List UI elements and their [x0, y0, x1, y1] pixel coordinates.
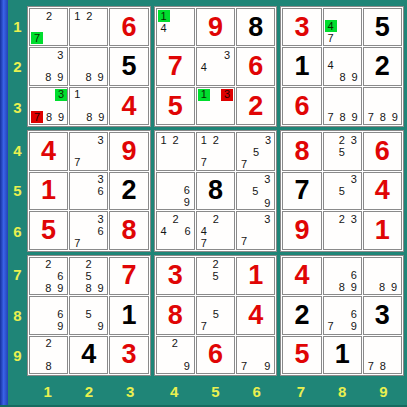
- candidate-grid: 47: [325, 10, 360, 44]
- solved-value: 4: [70, 337, 107, 373]
- solved-value: 7: [283, 173, 320, 209]
- candidate-grid: 679: [325, 298, 360, 332]
- solved-value: 6: [197, 337, 234, 373]
- cell-r7c8[interactable]: 689: [323, 257, 362, 295]
- candidate-8[interactable]: 8: [82, 283, 94, 295]
- candidate-9[interactable]: 9: [349, 72, 361, 84]
- candidate-6[interactable]: 6: [54, 309, 66, 321]
- row-label-2: 2: [8, 46, 27, 86]
- solved-value: 2: [283, 297, 320, 333]
- candidate-2[interactable]: 2: [83, 10, 95, 22]
- candidate-5[interactable]: 5: [82, 309, 94, 321]
- candidate-grid: 3789: [31, 89, 66, 123]
- solved-value: 5: [30, 212, 67, 248]
- candidate-grid: 69: [31, 298, 66, 332]
- candidate-8[interactable]: 8: [42, 72, 54, 84]
- cell-r8c2[interactable]: 59: [69, 296, 108, 334]
- candidate-grid: 35: [325, 174, 360, 208]
- cell-r1c3[interactable]: 6: [109, 8, 148, 46]
- cell-r4c6[interactable]: 357: [236, 132, 275, 170]
- row-label-6: 6: [8, 211, 27, 251]
- cell-r7c5[interactable]: 25: [196, 257, 235, 295]
- candidate-5[interactable]: 5: [209, 271, 221, 283]
- candidate-grid: 235: [325, 134, 360, 168]
- box-5: 1212735769835924624737: [154, 130, 278, 251]
- solved-value: 5: [157, 88, 194, 124]
- box-6: 8235673549231: [280, 130, 404, 251]
- cell-r9c1[interactable]: 28: [29, 336, 68, 374]
- cell-r3c2[interactable]: 189: [69, 87, 108, 125]
- candidate-7[interactable]: 7: [365, 111, 377, 123]
- cell-r1c2[interactable]: 12: [69, 8, 108, 46]
- col-labels: 123456789: [27, 379, 404, 403]
- solved-value: 4: [237, 297, 274, 333]
- sudoku-app-window: 123456789 271263898953789189414987346513…: [0, 0, 407, 407]
- candidate-2[interactable]: 2: [169, 338, 181, 350]
- col-label-6: 6: [236, 379, 277, 403]
- candidate-3-red-highlight[interactable]: 3: [221, 89, 233, 101]
- col-label-group-3: 789: [280, 379, 404, 403]
- solved-value: 2: [364, 48, 401, 84]
- solved-value: 8: [283, 133, 320, 169]
- solved-value: 3: [364, 297, 401, 333]
- cell-r7c1[interactable]: 2689: [29, 257, 68, 295]
- cell-r8c6[interactable]: 4: [236, 296, 275, 334]
- candidate-grid: 2689: [31, 259, 66, 293]
- candidate-grid: 489: [325, 49, 360, 83]
- candidate-7[interactable]: 7: [71, 237, 83, 249]
- solved-value: 7: [110, 258, 147, 294]
- solved-value: 3: [157, 258, 194, 294]
- cell-r2c7[interactable]: 1: [282, 47, 321, 85]
- solved-value: 6: [110, 9, 147, 45]
- candidate-9[interactable]: 9: [54, 321, 66, 333]
- cell-r4c2[interactable]: 37: [69, 132, 108, 170]
- candidate-grid: 246: [158, 213, 193, 247]
- candidate-7-green-highlight[interactable]: 7: [31, 32, 43, 44]
- candidate-grid: 79: [238, 338, 273, 372]
- solved-value: 4: [364, 173, 401, 209]
- cell-r5c1[interactable]: 1: [29, 172, 68, 210]
- candidate-3[interactable]: 3: [94, 174, 106, 186]
- cell-r7c3[interactable]: 7: [109, 257, 148, 295]
- candidate-3[interactable]: 3: [54, 49, 66, 61]
- candidate-3[interactable]: 3: [262, 134, 274, 146]
- candidate-7[interactable]: 7: [198, 157, 210, 169]
- cell-r3c1[interactable]: 3789: [29, 87, 68, 125]
- row-label-8: 8: [8, 295, 27, 335]
- solved-value: 2: [237, 88, 274, 124]
- candidate-grid: 2589: [71, 259, 106, 293]
- candidate-8[interactable]: 8: [82, 72, 94, 84]
- cell-r8c7[interactable]: 2: [282, 296, 321, 334]
- cell-r6c7[interactable]: 9: [282, 211, 321, 249]
- candidate-grid: 689: [325, 259, 360, 293]
- candidate-grid: 14: [158, 10, 193, 44]
- candidate-9[interactable]: 9: [54, 72, 66, 84]
- candidate-9[interactable]: 9: [94, 321, 106, 333]
- row-label-9: 9: [8, 336, 27, 376]
- candidate-8[interactable]: 8: [376, 281, 388, 293]
- candidate-5[interactable]: 5: [82, 271, 94, 283]
- candidate-2[interactable]: 2: [43, 10, 55, 22]
- row-label-4: 4: [8, 130, 27, 170]
- candidate-4-green-highlight[interactable]: 4: [325, 20, 337, 32]
- solved-value: 5: [110, 48, 147, 84]
- candidate-4[interactable]: 4: [198, 61, 210, 73]
- candidate-6[interactable]: 6: [181, 184, 193, 196]
- candidate-1[interactable]: 1: [158, 134, 170, 146]
- candidate-grid: 25: [198, 259, 233, 293]
- cell-r4c4[interactable]: 12: [156, 132, 195, 170]
- candidate-9[interactable]: 9: [348, 321, 360, 333]
- candidate-2[interactable]: 2: [336, 134, 348, 146]
- candidate-2[interactable]: 2: [43, 338, 55, 350]
- candidate-grid: 89: [71, 49, 106, 83]
- candidate-9[interactable]: 9: [261, 198, 273, 210]
- candidate-8[interactable]: 8: [377, 360, 389, 372]
- candidate-1-green-highlight[interactable]: 1: [198, 89, 210, 101]
- candidate-4[interactable]: 4: [158, 225, 170, 237]
- candidate-4[interactable]: 4: [158, 22, 170, 34]
- cell-r5c4[interactable]: 69: [156, 172, 195, 210]
- candidate-6[interactable]: 6: [54, 271, 66, 283]
- candidate-grid: 34: [198, 49, 233, 83]
- cell-r8c5[interactable]: 57: [196, 296, 235, 334]
- cell-r9c9[interactable]: 78: [363, 336, 402, 374]
- candidate-7[interactable]: 7: [238, 360, 250, 372]
- candidate-5[interactable]: 5: [336, 186, 348, 198]
- candidate-1[interactable]: 1: [198, 134, 210, 146]
- cell-r8c8[interactable]: 679: [323, 296, 362, 334]
- candidate-2[interactable]: 2: [209, 259, 221, 271]
- cell-r3c3[interactable]: 4: [109, 87, 148, 125]
- solved-value: 1: [364, 212, 401, 248]
- cell-r3c6[interactable]: 2: [236, 87, 275, 125]
- row-label-group-1: 123: [8, 6, 27, 127]
- cell-r4c8[interactable]: 235: [323, 132, 362, 170]
- cell-r2c6[interactable]: 6: [236, 47, 275, 85]
- candidate-9[interactable]: 9: [181, 196, 193, 208]
- candidate-7[interactable]: 7: [238, 236, 250, 248]
- candidate-2[interactable]: 2: [170, 134, 182, 146]
- solved-value: 8: [197, 173, 234, 209]
- cell-r6c6[interactable]: 37: [236, 211, 275, 249]
- cell-r8c3[interactable]: 1: [109, 296, 148, 334]
- candidate-grid: 78: [365, 338, 400, 372]
- candidate-9[interactable]: 9: [261, 360, 273, 372]
- candidate-grid: 247: [198, 213, 233, 247]
- col-label-8: 8: [322, 379, 363, 403]
- solved-value: 6: [237, 48, 274, 84]
- candidate-9[interactable]: 9: [348, 281, 360, 293]
- box-1: 2712638989537891894: [27, 6, 151, 127]
- solved-value: 4: [30, 133, 67, 169]
- solved-value: 9: [110, 133, 147, 169]
- candidate-grid: 57: [198, 298, 233, 332]
- cell-r2c9[interactable]: 2: [363, 47, 402, 85]
- candidate-grid: 28: [31, 338, 66, 372]
- cell-r3c7[interactable]: 6: [282, 87, 321, 125]
- candidate-3[interactable]: 3: [94, 213, 106, 225]
- candidate-8[interactable]: 8: [337, 111, 349, 123]
- cell-r1c7[interactable]: 3: [282, 8, 321, 46]
- sudoku-board: 2712638989537891894149873465132347514892…: [27, 6, 404, 376]
- cell-r5c3[interactable]: 2: [109, 172, 148, 210]
- candidate-6[interactable]: 6: [182, 225, 194, 237]
- solved-value: 4: [110, 88, 147, 124]
- col-label-4: 4: [154, 379, 195, 403]
- cell-r2c8[interactable]: 489: [323, 47, 362, 85]
- solved-value: 8: [157, 297, 194, 333]
- window-left-border: [0, 0, 8, 407]
- box-2: 149873465132: [154, 6, 278, 127]
- cell-r5c2[interactable]: 36: [69, 172, 108, 210]
- candidate-2[interactable]: 2: [336, 213, 348, 225]
- cell-r5c6[interactable]: 359: [236, 172, 275, 210]
- cell-r6c5[interactable]: 247: [196, 211, 235, 249]
- candidate-4[interactable]: 4: [325, 60, 337, 72]
- candidate-7[interactable]: 7: [198, 237, 210, 249]
- candidate-grid: 367: [71, 213, 106, 247]
- col-label-group-1: 123: [27, 379, 151, 403]
- candidate-grid: 29: [158, 338, 193, 372]
- row-label-3: 3: [8, 87, 27, 127]
- solved-value: 3: [110, 337, 147, 373]
- cell-r8c4[interactable]: 8: [156, 296, 195, 334]
- cell-r4c3[interactable]: 9: [109, 132, 148, 170]
- cell-r6c8[interactable]: 23: [323, 211, 362, 249]
- candidate-grid: 389: [31, 49, 66, 83]
- candidate-7-red-highlight[interactable]: 7: [31, 111, 43, 123]
- cell-r9c7[interactable]: 5: [282, 336, 321, 374]
- box-3: 3475148926789789: [280, 6, 404, 127]
- cell-r3c5[interactable]: 13: [196, 87, 235, 125]
- candidate-grid: 357: [238, 134, 273, 168]
- candidate-2[interactable]: 2: [210, 134, 222, 146]
- cell-r1c4[interactable]: 14: [156, 8, 195, 46]
- candidate-grid: 189: [71, 89, 106, 123]
- cell-r9c6[interactable]: 79: [236, 336, 275, 374]
- candidate-2[interactable]: 2: [82, 259, 94, 271]
- cell-r4c9[interactable]: 6: [363, 132, 402, 170]
- candidate-9[interactable]: 9: [54, 283, 66, 295]
- candidate-2[interactable]: 2: [42, 259, 54, 271]
- cell-r2c2[interactable]: 89: [69, 47, 108, 85]
- row-label-5: 5: [8, 171, 27, 211]
- candidate-grid: 59: [71, 298, 106, 332]
- candidate-5[interactable]: 5: [210, 309, 222, 321]
- cell-r7c2[interactable]: 2589: [69, 257, 108, 295]
- cell-r2c1[interactable]: 389: [29, 47, 68, 85]
- cell-r7c6[interactable]: 1: [236, 257, 275, 295]
- candidate-grid: 127: [198, 134, 233, 168]
- row-label-7: 7: [8, 255, 27, 295]
- cell-r1c8[interactable]: 47: [323, 8, 362, 46]
- candidate-6[interactable]: 6: [348, 269, 360, 281]
- solved-value: 1: [30, 173, 67, 209]
- cell-r6c3[interactable]: 8: [109, 211, 148, 249]
- candidate-9[interactable]: 9: [389, 111, 401, 123]
- candidate-3[interactable]: 3: [348, 174, 360, 186]
- candidate-1-green-highlight[interactable]: 1: [158, 10, 170, 22]
- candidate-grid: 36: [71, 174, 106, 208]
- candidate-7[interactable]: 7: [198, 321, 210, 333]
- solved-value: 1: [237, 258, 274, 294]
- solved-value: 1: [283, 48, 320, 84]
- cell-r8c1[interactable]: 69: [29, 296, 68, 334]
- candidate-2[interactable]: 2: [210, 213, 222, 225]
- cell-r6c9[interactable]: 1: [363, 211, 402, 249]
- candidate-grid: 13: [198, 89, 233, 123]
- solved-value: 1: [324, 337, 361, 373]
- candidate-8[interactable]: 8: [377, 111, 389, 123]
- solved-value: 9: [197, 9, 234, 45]
- candidate-8[interactable]: 8: [83, 111, 95, 123]
- solved-value: 1: [110, 297, 147, 333]
- candidate-6[interactable]: 6: [94, 225, 106, 237]
- candidate-9[interactable]: 9: [349, 111, 361, 123]
- candidate-grid: 37: [71, 134, 106, 168]
- cell-r8c9[interactable]: 3: [363, 296, 402, 334]
- cell-r7c7[interactable]: 4: [282, 257, 321, 295]
- cell-r6c1[interactable]: 5: [29, 211, 68, 249]
- col-label-3: 3: [109, 379, 150, 403]
- candidate-8[interactable]: 8: [336, 281, 348, 293]
- solved-value: 6: [283, 88, 320, 124]
- candidate-3[interactable]: 3: [94, 134, 106, 146]
- solved-value: 3: [283, 9, 320, 45]
- candidate-grid: 23: [325, 213, 360, 247]
- candidate-1[interactable]: 1: [71, 10, 83, 22]
- candidate-3[interactable]: 3: [348, 213, 360, 225]
- cell-r1c1[interactable]: 27: [29, 8, 68, 46]
- cell-r9c5[interactable]: 6: [196, 336, 235, 374]
- cell-r5c5[interactable]: 8: [196, 172, 235, 210]
- candidate-9[interactable]: 9: [388, 281, 400, 293]
- cell-r9c2[interactable]: 4: [69, 336, 108, 374]
- candidate-8[interactable]: 8: [43, 360, 55, 372]
- candidate-3[interactable]: 3: [261, 213, 273, 225]
- candidate-3-green-highlight[interactable]: 3: [55, 89, 67, 101]
- candidate-grid: 789: [325, 89, 360, 123]
- cell-r5c7[interactable]: 7: [282, 172, 321, 210]
- col-label-9: 9: [363, 379, 404, 403]
- row-label-group-3: 789: [8, 255, 27, 376]
- col-label-5: 5: [195, 379, 236, 403]
- cell-r2c4[interactable]: 7: [156, 47, 195, 85]
- candidate-grid: 89: [365, 259, 400, 293]
- cell-r3c8[interactable]: 789: [323, 87, 362, 125]
- cell-r9c3[interactable]: 3: [109, 336, 148, 374]
- candidate-9[interactable]: 9: [94, 283, 106, 295]
- solved-value: 8: [110, 212, 147, 248]
- candidate-grid: 37: [238, 213, 273, 247]
- box-7: 268925897695912843: [27, 255, 151, 376]
- candidate-4[interactable]: 4: [198, 225, 210, 237]
- solved-value: 9: [283, 212, 320, 248]
- candidate-6[interactable]: 6: [348, 309, 360, 321]
- cell-r1c6[interactable]: 8: [236, 8, 275, 46]
- candidate-5[interactable]: 5: [336, 146, 348, 158]
- col-label-2: 2: [68, 379, 109, 403]
- candidate-7[interactable]: 7: [325, 321, 337, 333]
- row-labels: 123456789: [8, 6, 27, 376]
- candidate-9[interactable]: 9: [95, 111, 107, 123]
- cell-r6c4[interactable]: 246: [156, 211, 195, 249]
- box-8: 3251857429679: [154, 255, 278, 376]
- cell-r4c1[interactable]: 4: [29, 132, 68, 170]
- candidate-grid: 12: [158, 134, 193, 168]
- cell-r4c5[interactable]: 127: [196, 132, 235, 170]
- cell-r1c5[interactable]: 9: [196, 8, 235, 46]
- candidate-2[interactable]: 2: [170, 213, 182, 225]
- cell-r7c9[interactable]: 89: [363, 257, 402, 295]
- candidate-8[interactable]: 8: [337, 72, 349, 84]
- cell-r7c4[interactable]: 3: [156, 257, 195, 295]
- cell-r9c4[interactable]: 29: [156, 336, 195, 374]
- cell-r1c9[interactable]: 5: [363, 8, 402, 46]
- box-9: 468989267935178: [280, 255, 404, 376]
- candidate-9[interactable]: 9: [181, 360, 193, 372]
- candidate-7[interactable]: 7: [325, 32, 337, 44]
- cell-r2c5[interactable]: 34: [196, 47, 235, 85]
- solved-value: 7: [157, 48, 194, 84]
- cell-r5c8[interactable]: 35: [323, 172, 362, 210]
- candidate-6[interactable]: 6: [94, 186, 106, 198]
- cell-r5c9[interactable]: 4: [363, 172, 402, 210]
- solved-value: 4: [283, 258, 320, 294]
- cell-r2c3[interactable]: 5: [109, 47, 148, 85]
- candidate-7[interactable]: 7: [238, 158, 250, 170]
- solved-value: 6: [364, 133, 401, 169]
- cell-r3c4[interactable]: 5: [156, 87, 195, 125]
- candidate-3[interactable]: 3: [221, 49, 233, 61]
- candidate-9[interactable]: 9: [94, 72, 106, 84]
- candidate-grid: 789: [365, 89, 400, 123]
- box-4: 4379136253678: [27, 130, 151, 251]
- solved-value: 2: [110, 173, 147, 209]
- candidate-5[interactable]: 5: [249, 186, 261, 198]
- candidate-3[interactable]: 3: [261, 174, 273, 186]
- col-label-group-2: 456: [154, 379, 278, 403]
- solved-value: 5: [283, 337, 320, 373]
- candidate-grid: 27: [31, 10, 66, 44]
- candidate-5[interactable]: 5: [250, 146, 262, 158]
- candidate-7[interactable]: 7: [365, 360, 377, 372]
- candidate-3[interactable]: 3: [348, 134, 360, 146]
- cell-r9c8[interactable]: 1: [323, 336, 362, 374]
- candidate-8[interactable]: 8: [42, 283, 54, 295]
- cell-r6c2[interactable]: 367: [69, 211, 108, 249]
- candidate-grid: 12: [71, 10, 106, 44]
- cell-r3c9[interactable]: 789: [363, 87, 402, 125]
- solved-value: 5: [364, 9, 401, 45]
- candidate-7[interactable]: 7: [325, 111, 337, 123]
- row-label-1: 1: [8, 6, 27, 46]
- col-label-1: 1: [27, 379, 68, 403]
- row-label-group-2: 456: [8, 130, 27, 251]
- cell-r4c7[interactable]: 8: [282, 132, 321, 170]
- candidate-grid: 359: [238, 174, 273, 208]
- candidate-grid: 69: [158, 174, 193, 208]
- candidate-7[interactable]: 7: [71, 157, 83, 169]
- candidate-9[interactable]: 9: [55, 111, 67, 123]
- candidate-8[interactable]: 8: [43, 111, 55, 123]
- solved-value: 8: [237, 9, 274, 45]
- candidate-1[interactable]: 1: [71, 89, 83, 101]
- col-label-7: 7: [280, 379, 321, 403]
